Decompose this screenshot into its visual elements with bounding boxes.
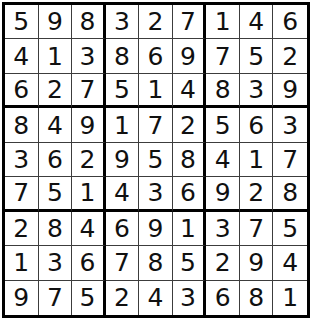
- cell-r8c9[interactable]: 4: [273, 246, 307, 280]
- cell-r5c7[interactable]: 4: [206, 143, 240, 177]
- cell-r4c6[interactable]: 2: [173, 108, 207, 142]
- cell-r2c3[interactable]: 3: [72, 39, 106, 73]
- cell-r2c5[interactable]: 6: [139, 39, 173, 73]
- cell-r1c9[interactable]: 6: [273, 5, 307, 39]
- cell-r5c4[interactable]: 9: [106, 143, 140, 177]
- cell-r8c5[interactable]: 8: [139, 246, 173, 280]
- cell-r6c4[interactable]: 4: [106, 177, 140, 211]
- cell-r7c7[interactable]: 3: [206, 212, 240, 246]
- cell-r8c7[interactable]: 2: [206, 246, 240, 280]
- cell-r9c4[interactable]: 2: [106, 281, 140, 315]
- cell-r3c3[interactable]: 7: [72, 74, 106, 108]
- cell-r9c8[interactable]: 8: [240, 281, 274, 315]
- cell-r5c2[interactable]: 6: [39, 143, 73, 177]
- cell-r3c6[interactable]: 4: [173, 74, 207, 108]
- cell-r8c1[interactable]: 1: [5, 246, 39, 280]
- cell-r3c2[interactable]: 2: [39, 74, 73, 108]
- cell-r6c3[interactable]: 1: [72, 177, 106, 211]
- cell-r5c6[interactable]: 8: [173, 143, 207, 177]
- cell-r7c3[interactable]: 4: [72, 212, 106, 246]
- cell-r5c9[interactable]: 7: [273, 143, 307, 177]
- cell-r2c9[interactable]: 2: [273, 39, 307, 73]
- cell-r4c4[interactable]: 1: [106, 108, 140, 142]
- cell-r1c8[interactable]: 4: [240, 5, 274, 39]
- cell-r4c1[interactable]: 8: [5, 108, 39, 142]
- cell-r6c8[interactable]: 2: [240, 177, 274, 211]
- cell-r4c7[interactable]: 5: [206, 108, 240, 142]
- cell-r1c3[interactable]: 8: [72, 5, 106, 39]
- cell-r7c8[interactable]: 7: [240, 212, 274, 246]
- cell-r3c7[interactable]: 8: [206, 74, 240, 108]
- cell-r1c6[interactable]: 7: [173, 5, 207, 39]
- cell-r3c5[interactable]: 1: [139, 74, 173, 108]
- cell-r8c6[interactable]: 5: [173, 246, 207, 280]
- cell-r2c8[interactable]: 5: [240, 39, 274, 73]
- cell-r4c2[interactable]: 4: [39, 108, 73, 142]
- cell-r2c6[interactable]: 9: [173, 39, 207, 73]
- cell-r7c2[interactable]: 8: [39, 212, 73, 246]
- cell-r3c1[interactable]: 6: [5, 74, 39, 108]
- cell-r3c4[interactable]: 5: [106, 74, 140, 108]
- cell-r6c2[interactable]: 5: [39, 177, 73, 211]
- cell-r5c5[interactable]: 5: [139, 143, 173, 177]
- cell-r9c7[interactable]: 6: [206, 281, 240, 315]
- cell-r5c8[interactable]: 1: [240, 143, 274, 177]
- cell-r1c1[interactable]: 5: [5, 5, 39, 39]
- cell-r1c5[interactable]: 2: [139, 5, 173, 39]
- cell-r4c5[interactable]: 7: [139, 108, 173, 142]
- cell-r4c9[interactable]: 3: [273, 108, 307, 142]
- cell-r7c6[interactable]: 1: [173, 212, 207, 246]
- cell-r6c1[interactable]: 7: [5, 177, 39, 211]
- cell-r8c8[interactable]: 9: [240, 246, 274, 280]
- cell-r9c6[interactable]: 3: [173, 281, 207, 315]
- cell-r7c5[interactable]: 9: [139, 212, 173, 246]
- cell-r7c1[interactable]: 2: [5, 212, 39, 246]
- cell-r6c7[interactable]: 9: [206, 177, 240, 211]
- cell-r8c3[interactable]: 6: [72, 246, 106, 280]
- cell-r4c8[interactable]: 6: [240, 108, 274, 142]
- cell-r9c2[interactable]: 7: [39, 281, 73, 315]
- cell-r9c9[interactable]: 1: [273, 281, 307, 315]
- cell-r9c3[interactable]: 5: [72, 281, 106, 315]
- cell-r6c6[interactable]: 6: [173, 177, 207, 211]
- cell-r6c9[interactable]: 8: [273, 177, 307, 211]
- cell-r6c5[interactable]: 3: [139, 177, 173, 211]
- cell-r7c4[interactable]: 6: [106, 212, 140, 246]
- cell-r3c8[interactable]: 3: [240, 74, 274, 108]
- cell-r5c3[interactable]: 2: [72, 143, 106, 177]
- cell-r1c7[interactable]: 1: [206, 5, 240, 39]
- cell-r3c9[interactable]: 9: [273, 74, 307, 108]
- cell-r9c1[interactable]: 9: [5, 281, 39, 315]
- cell-r1c4[interactable]: 3: [106, 5, 140, 39]
- cell-r2c2[interactable]: 1: [39, 39, 73, 73]
- cell-r5c1[interactable]: 3: [5, 143, 39, 177]
- cell-r2c1[interactable]: 4: [5, 39, 39, 73]
- cell-r2c4[interactable]: 8: [106, 39, 140, 73]
- cell-r1c2[interactable]: 9: [39, 5, 73, 39]
- cell-r9c5[interactable]: 4: [139, 281, 173, 315]
- cell-r8c4[interactable]: 7: [106, 246, 140, 280]
- cell-r2c7[interactable]: 7: [206, 39, 240, 73]
- cell-r4c3[interactable]: 9: [72, 108, 106, 142]
- cell-r7c9[interactable]: 5: [273, 212, 307, 246]
- sudoku-board: 5983271464138697526275148398491725633629…: [2, 2, 310, 318]
- cell-r8c2[interactable]: 3: [39, 246, 73, 280]
